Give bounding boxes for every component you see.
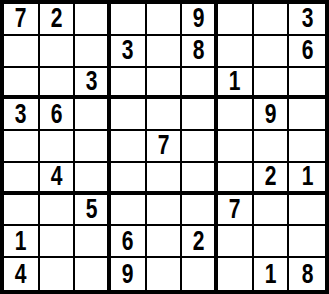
cell-r7c8[interactable] <box>254 195 290 227</box>
cell-r6c6[interactable] <box>182 163 218 195</box>
cell-r6c7[interactable] <box>218 163 254 195</box>
cell-r3c8[interactable] <box>254 68 290 100</box>
cell-r2c3[interactable] <box>75 36 111 68</box>
cell-r9c9[interactable]: 8 <box>289 258 325 290</box>
cell-r2c9[interactable]: 6 <box>289 36 325 68</box>
cell-r6c5[interactable] <box>147 163 183 195</box>
given-digit: 5 <box>85 196 97 223</box>
given-digit: 4 <box>51 163 63 190</box>
cell-r5c2[interactable] <box>40 131 76 163</box>
cell-r3c4[interactable] <box>111 68 147 100</box>
cell-r1c2[interactable]: 2 <box>40 4 76 36</box>
given-digit: 6 <box>122 228 134 255</box>
cell-r9c6[interactable] <box>182 258 218 290</box>
given-digit: 8 <box>301 261 313 288</box>
cell-r3c5[interactable] <box>147 68 183 100</box>
cell-r8c2[interactable] <box>40 226 76 258</box>
cell-r7c4[interactable] <box>111 195 147 227</box>
cell-r7c6[interactable] <box>182 195 218 227</box>
given-digit: 4 <box>15 261 27 288</box>
cell-r2c6[interactable]: 8 <box>182 36 218 68</box>
cell-r7c5[interactable] <box>147 195 183 227</box>
cell-r4c6[interactable] <box>182 99 218 131</box>
cell-r7c2[interactable] <box>40 195 76 227</box>
cell-r4c9[interactable] <box>289 99 325 131</box>
cell-r6c4[interactable] <box>111 163 147 195</box>
given-digit: 3 <box>301 5 313 32</box>
given-digit: 3 <box>85 68 97 95</box>
cell-r3c9[interactable] <box>289 68 325 100</box>
cell-r5c6[interactable] <box>182 131 218 163</box>
cell-r4c7[interactable] <box>218 99 254 131</box>
cell-r3c3[interactable]: 3 <box>75 68 111 100</box>
given-digit: 9 <box>122 261 134 288</box>
cell-r5c9[interactable] <box>289 131 325 163</box>
cell-r2c2[interactable] <box>40 36 76 68</box>
cell-r8c8[interactable] <box>254 226 290 258</box>
cell-r8c9[interactable] <box>289 226 325 258</box>
given-digit: 7 <box>229 196 241 223</box>
cell-r8c4[interactable]: 6 <box>111 226 147 258</box>
given-digit: 8 <box>192 37 204 64</box>
cell-r7c9[interactable] <box>289 195 325 227</box>
given-digit: 3 <box>122 37 134 64</box>
cell-r9c3[interactable] <box>75 258 111 290</box>
given-digit: 2 <box>192 228 204 255</box>
cell-r1c6[interactable]: 9 <box>182 4 218 36</box>
sudoku-board: 7293386313697421571624918 <box>0 0 329 294</box>
given-digit: 6 <box>51 101 63 128</box>
cell-r1c8[interactable] <box>254 4 290 36</box>
cell-r9c2[interactable] <box>40 258 76 290</box>
cell-r4c4[interactable] <box>111 99 147 131</box>
cell-r6c2[interactable]: 4 <box>40 163 76 195</box>
cell-r4c2[interactable]: 6 <box>40 99 76 131</box>
cell-r8c6[interactable]: 2 <box>182 226 218 258</box>
cell-r1c1[interactable]: 7 <box>4 4 40 36</box>
cell-r6c9[interactable]: 1 <box>289 163 325 195</box>
given-digit: 9 <box>192 5 204 32</box>
cell-r5c5[interactable]: 7 <box>147 131 183 163</box>
given-digit: 7 <box>158 132 170 159</box>
cell-r8c3[interactable] <box>75 226 111 258</box>
cell-r1c4[interactable] <box>111 4 147 36</box>
given-digit: 1 <box>301 163 313 190</box>
cell-r3c2[interactable] <box>40 68 76 100</box>
cell-r3c7[interactable]: 1 <box>218 68 254 100</box>
cell-r9c1[interactable]: 4 <box>4 258 40 290</box>
cell-r4c5[interactable] <box>147 99 183 131</box>
cell-r9c7[interactable] <box>218 258 254 290</box>
cell-r2c7[interactable] <box>218 36 254 68</box>
given-digit: 1 <box>229 68 241 95</box>
cell-r6c3[interactable] <box>75 163 111 195</box>
cell-r1c3[interactable] <box>75 4 111 36</box>
cell-r3c1[interactable] <box>4 68 40 100</box>
cell-r9c5[interactable] <box>147 258 183 290</box>
cell-r9c4[interactable]: 9 <box>111 258 147 290</box>
cell-r9c8[interactable]: 1 <box>254 258 290 290</box>
given-digit: 1 <box>15 228 27 255</box>
cell-r1c5[interactable] <box>147 4 183 36</box>
given-digit: 3 <box>15 101 27 128</box>
given-digit: 6 <box>301 37 313 64</box>
cell-r4c8[interactable]: 9 <box>254 99 290 131</box>
cell-r2c5[interactable] <box>147 36 183 68</box>
cell-r1c9[interactable]: 3 <box>289 4 325 36</box>
cell-r2c1[interactable] <box>4 36 40 68</box>
cell-r7c3[interactable]: 5 <box>75 195 111 227</box>
cell-r6c1[interactable] <box>4 163 40 195</box>
cell-r5c1[interactable] <box>4 131 40 163</box>
cell-r4c3[interactable] <box>75 99 111 131</box>
given-digit: 9 <box>265 101 277 128</box>
given-digit: 2 <box>265 163 277 190</box>
cell-r8c7[interactable] <box>218 226 254 258</box>
cell-r5c4[interactable] <box>111 131 147 163</box>
cell-r3c6[interactable] <box>182 68 218 100</box>
cell-r5c3[interactable] <box>75 131 111 163</box>
cell-r6c8[interactable]: 2 <box>254 163 290 195</box>
given-digit: 1 <box>265 261 277 288</box>
given-digit: 7 <box>15 5 27 32</box>
cell-r4c1[interactable]: 3 <box>4 99 40 131</box>
cell-r5c7[interactable] <box>218 131 254 163</box>
cell-r7c1[interactable] <box>4 195 40 227</box>
cell-r8c5[interactable] <box>147 226 183 258</box>
given-digit: 2 <box>51 5 63 32</box>
cell-r2c4[interactable]: 3 <box>111 36 147 68</box>
cell-r8c1[interactable]: 1 <box>4 226 40 258</box>
cell-r5c8[interactable] <box>254 131 290 163</box>
cell-r2c8[interactable] <box>254 36 290 68</box>
cell-r1c7[interactable] <box>218 4 254 36</box>
cell-r7c7[interactable]: 7 <box>218 195 254 227</box>
